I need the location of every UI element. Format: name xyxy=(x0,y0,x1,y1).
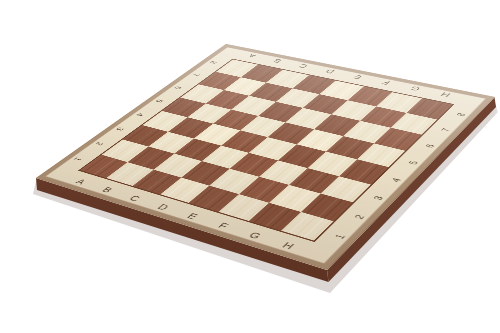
chessboard-product-photo: ABCDEFGH ABCDEFGH 12345678 12345678 xyxy=(0,0,500,333)
chess-board: ABCDEFGH ABCDEFGH 12345678 12345678 xyxy=(36,44,495,270)
